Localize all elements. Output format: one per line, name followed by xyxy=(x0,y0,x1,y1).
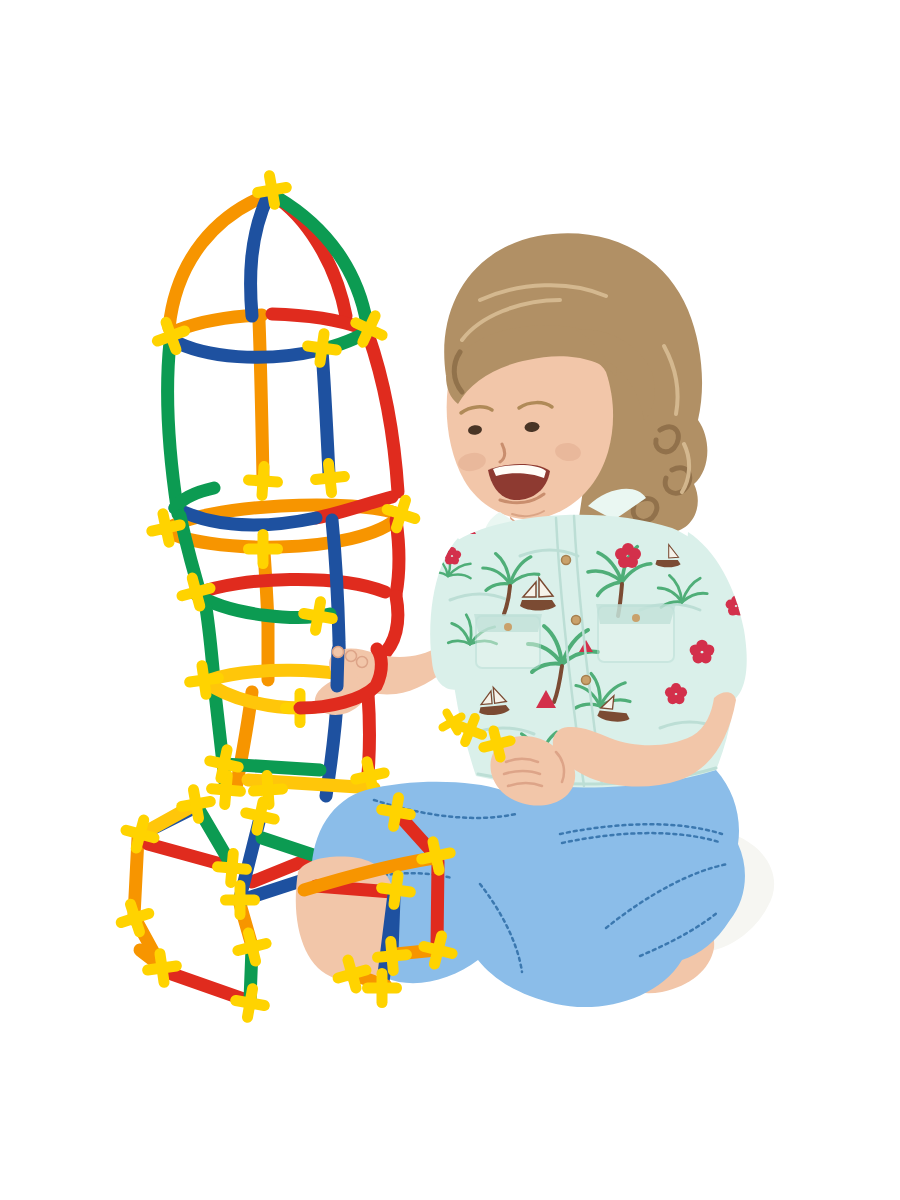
straw-tube xyxy=(172,340,320,357)
straw-tube xyxy=(168,342,178,514)
shirt-button xyxy=(582,676,591,685)
shirt-button xyxy=(562,556,571,565)
connector-star xyxy=(242,460,285,503)
connector-star xyxy=(236,792,283,839)
fingertip xyxy=(346,651,357,662)
red-triangle xyxy=(460,520,476,534)
photo-toddler-straw-tower xyxy=(0,0,900,1200)
connector-star xyxy=(308,456,352,500)
connector-star xyxy=(243,529,283,569)
straw-tube xyxy=(251,196,268,316)
straw-tube xyxy=(368,334,398,492)
connector-star xyxy=(227,980,273,1026)
pocket-button xyxy=(632,614,640,622)
straw-tube xyxy=(259,320,263,478)
shirt-button xyxy=(572,616,581,625)
connector-star xyxy=(299,325,344,370)
fingertip xyxy=(357,657,368,668)
pocket-button xyxy=(504,623,512,631)
straw-tube xyxy=(196,579,385,594)
fingertip xyxy=(333,647,344,658)
connector-star xyxy=(228,923,276,971)
straw-tube xyxy=(322,350,329,474)
photo-canvas xyxy=(0,0,900,1200)
straw-tube xyxy=(262,838,322,858)
